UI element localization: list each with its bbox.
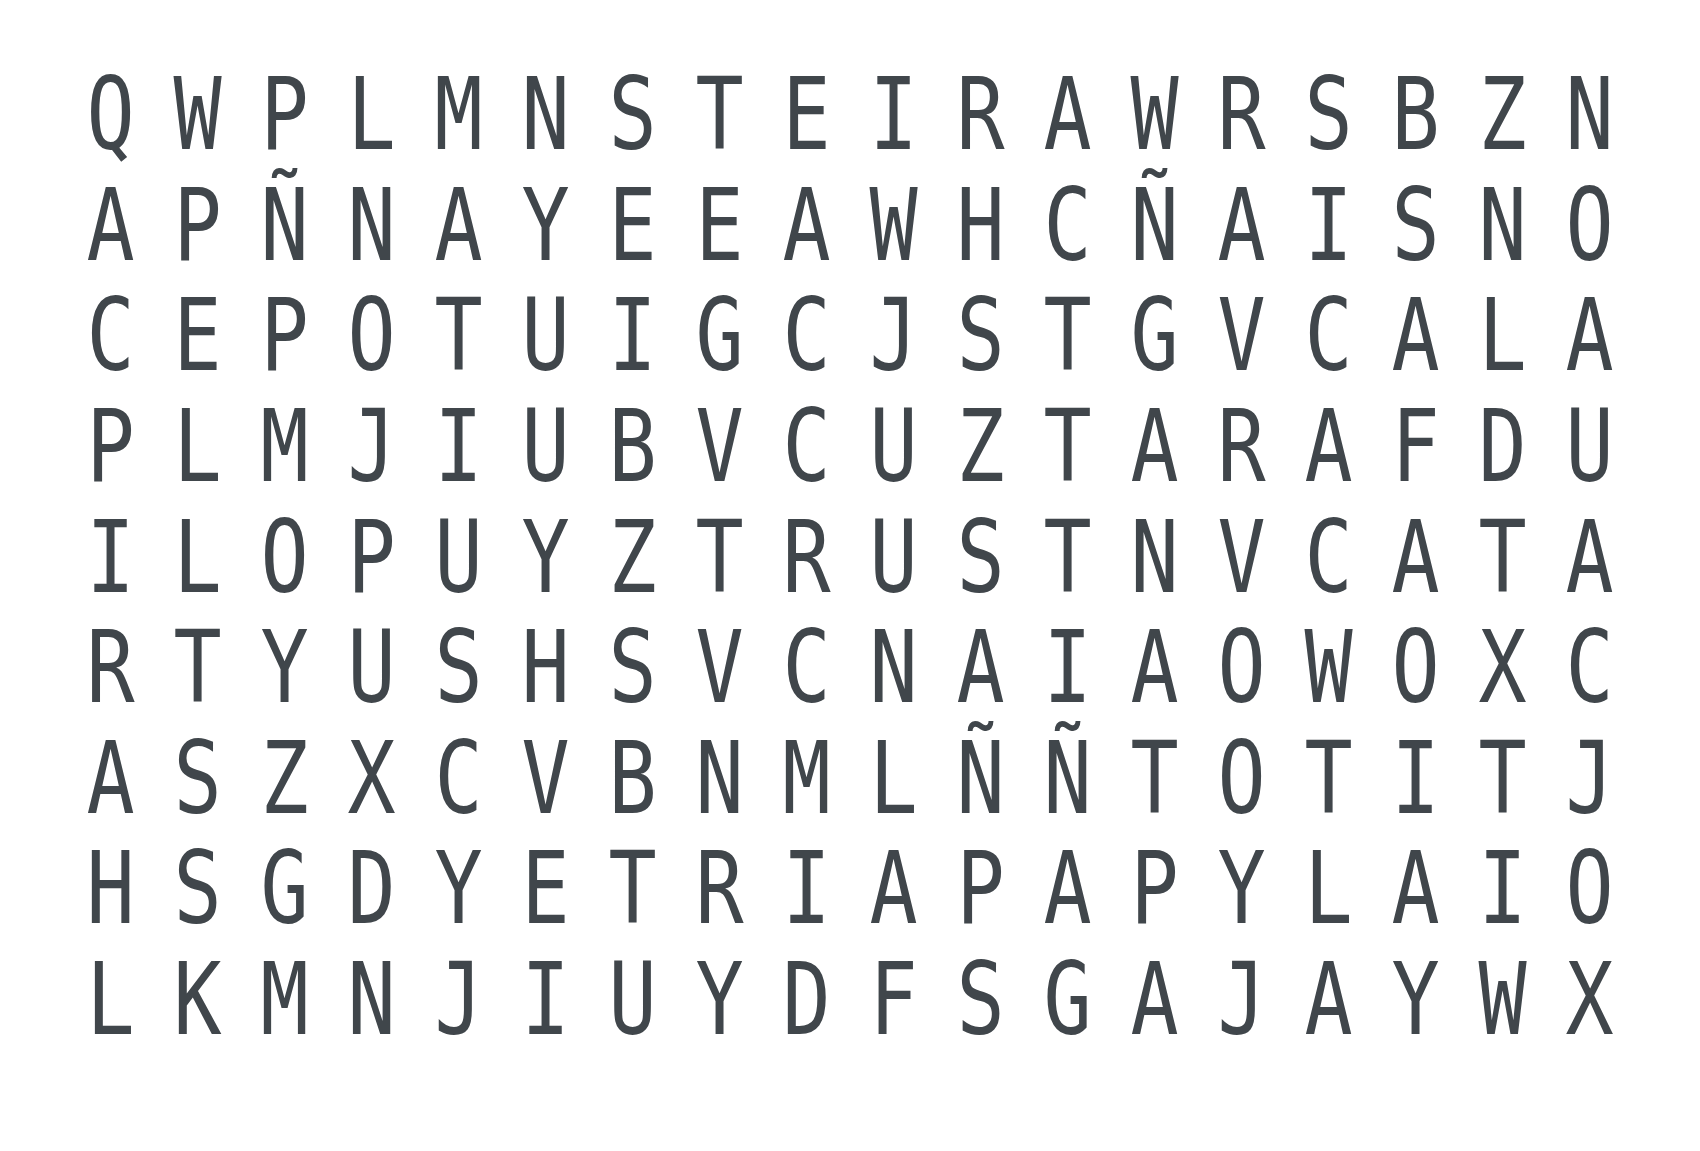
grid-cell-r1-c12[interactable]: A (1033, 60, 1103, 171)
grid-cell-r5-c12[interactable]: T (1033, 502, 1103, 613)
grid-cell-r7-c4[interactable]: X (337, 724, 407, 835)
grid-cell-r8-c10[interactable]: A (859, 834, 929, 945)
grid-cell-r6-c1[interactable]: R (76, 613, 146, 724)
grid-cell-r9-c12[interactable]: G (1033, 945, 1103, 1056)
grid-cell-r6-c11[interactable]: A (946, 613, 1016, 724)
grid-cell-r5-c7[interactable]: Z (598, 502, 668, 613)
grid-cell-r7-c6[interactable]: V (511, 724, 581, 835)
grid-cell-r8-c16[interactable]: A (1381, 834, 1451, 945)
grid-cell-r3-c8[interactable]: G (685, 281, 755, 392)
grid-cell-r2-c7[interactable]: E (598, 171, 668, 282)
letter-grid: QWPLMNSTEIRAWRSBZNAPÑNAYEEAWHCÑAISNOCEPO… (67, 60, 1633, 1055)
grid-cell-r9-c9[interactable]: D (772, 945, 842, 1056)
grid-cell-r8-c18[interactable]: O (1555, 834, 1625, 945)
grid-cell-r8-c6[interactable]: E (511, 834, 581, 945)
grid-cell-r4-c13[interactable]: A (1120, 392, 1190, 503)
grid-cell-r1-c15[interactable]: S (1294, 60, 1364, 171)
grid-cell-r6-c15[interactable]: W (1294, 613, 1364, 724)
grid-cell-r7-c1[interactable]: A (76, 724, 146, 835)
grid-cell-r5-c14[interactable]: V (1207, 502, 1277, 613)
grid-cell-r9-c1[interactable]: L (76, 945, 146, 1056)
grid-cell-r1-c17[interactable]: Z (1468, 60, 1538, 171)
grid-cell-r4-c15[interactable]: A (1294, 392, 1364, 503)
grid-cell-r2-c1[interactable]: A (76, 171, 146, 282)
grid-cell-r1-c3[interactable]: P (250, 60, 320, 171)
grid-cell-r4-c11[interactable]: Z (946, 392, 1016, 503)
grid-cell-r3-c5[interactable]: T (424, 281, 494, 392)
grid-cell-r1-c4[interactable]: L (337, 60, 407, 171)
grid-cell-r1-c7[interactable]: S (598, 60, 668, 171)
grid-cell-r2-c4[interactable]: N (337, 171, 407, 282)
grid-cell-r3-c9[interactable]: C (772, 281, 842, 392)
grid-cell-r3-c17[interactable]: L (1468, 281, 1538, 392)
grid-cell-r3-c11[interactable]: S (946, 281, 1016, 392)
grid-cell-r3-c1[interactable]: C (76, 281, 146, 392)
grid-cell-r6-c9[interactable]: C (772, 613, 842, 724)
grid-cell-r9-c5[interactable]: J (424, 945, 494, 1056)
grid-cell-r3-c6[interactable]: U (511, 281, 581, 392)
grid-cell-r9-c16[interactable]: Y (1381, 945, 1451, 1056)
grid-cell-r5-c16[interactable]: A (1381, 502, 1451, 613)
grid-cell-r3-c2[interactable]: E (163, 281, 233, 392)
grid-cell-r8-c15[interactable]: L (1294, 834, 1364, 945)
grid-cell-r7-c17[interactable]: T (1468, 724, 1538, 835)
grid-cell-r3-c15[interactable]: C (1294, 281, 1364, 392)
grid-cell-r2-c18[interactable]: O (1555, 171, 1625, 282)
grid-cell-r6-c13[interactable]: A (1120, 613, 1190, 724)
grid-cell-r8-c5[interactable]: Y (424, 834, 494, 945)
grid-cell-r7-c3[interactable]: Z (250, 724, 320, 835)
grid-cell-r2-c15[interactable]: I (1294, 171, 1364, 282)
grid-cell-r3-c16[interactable]: A (1381, 281, 1451, 392)
grid-cell-r4-c4[interactable]: J (337, 392, 407, 503)
grid-cell-r9-c15[interactable]: A (1294, 945, 1364, 1056)
grid-cell-r2-c5[interactable]: A (424, 171, 494, 282)
grid-cell-r5-c6[interactable]: Y (511, 502, 581, 613)
grid-cell-r7-c18[interactable]: J (1555, 724, 1625, 835)
grid-cell-r8-c7[interactable]: T (598, 834, 668, 945)
grid-cell-r4-c18[interactable]: U (1555, 392, 1625, 503)
grid-cell-r7-c2[interactable]: S (163, 724, 233, 835)
grid-cell-r1-c13[interactable]: W (1120, 60, 1190, 171)
grid-cell-r4-c16[interactable]: F (1381, 392, 1451, 503)
grid-cell-r7-c11[interactable]: Ñ (946, 724, 1016, 835)
grid-cell-r9-c3[interactable]: M (250, 945, 320, 1056)
grid-cell-r1-c18[interactable]: N (1555, 60, 1625, 171)
grid-cell-r7-c9[interactable]: M (772, 724, 842, 835)
grid-cell-r3-c7[interactable]: I (598, 281, 668, 392)
grid-cell-r6-c6[interactable]: H (511, 613, 581, 724)
grid-cell-r2-c12[interactable]: C (1033, 171, 1103, 282)
grid-cell-r5-c2[interactable]: L (163, 502, 233, 613)
grid-cell-r8-c4[interactable]: D (337, 834, 407, 945)
grid-cell-r2-c17[interactable]: N (1468, 171, 1538, 282)
grid-cell-r2-c9[interactable]: A (772, 171, 842, 282)
grid-cell-r7-c10[interactable]: L (859, 724, 929, 835)
grid-cell-r5-c8[interactable]: T (685, 502, 755, 613)
grid-cell-r5-c15[interactable]: C (1294, 502, 1364, 613)
grid-cell-r5-c1[interactable]: I (76, 502, 146, 613)
grid-cell-r7-c14[interactable]: O (1207, 724, 1277, 835)
grid-cell-r6-c17[interactable]: X (1468, 613, 1538, 724)
grid-cell-r5-c9[interactable]: R (772, 502, 842, 613)
grid-cell-r9-c14[interactable]: J (1207, 945, 1277, 1056)
grid-cell-r8-c3[interactable]: G (250, 834, 320, 945)
grid-cell-r3-c12[interactable]: T (1033, 281, 1103, 392)
grid-cell-r5-c5[interactable]: U (424, 502, 494, 613)
grid-cell-r2-c6[interactable]: Y (511, 171, 581, 282)
grid-cell-r4-c8[interactable]: V (685, 392, 755, 503)
grid-cell-r1-c5[interactable]: M (424, 60, 494, 171)
grid-cell-r8-c14[interactable]: Y (1207, 834, 1277, 945)
grid-cell-r2-c14[interactable]: A (1207, 171, 1277, 282)
grid-cell-r5-c10[interactable]: U (859, 502, 929, 613)
grid-cell-r2-c8[interactable]: E (685, 171, 755, 282)
grid-cell-r4-c7[interactable]: B (598, 392, 668, 503)
grid-cell-r7-c7[interactable]: B (598, 724, 668, 835)
grid-cell-r8-c17[interactable]: I (1468, 834, 1538, 945)
grid-cell-r5-c4[interactable]: P (337, 502, 407, 613)
grid-cell-r6-c4[interactable]: U (337, 613, 407, 724)
grid-cell-r4-c17[interactable]: D (1468, 392, 1538, 503)
grid-cell-r4-c2[interactable]: L (163, 392, 233, 503)
grid-cell-r7-c12[interactable]: Ñ (1033, 724, 1103, 835)
grid-cell-r8-c12[interactable]: A (1033, 834, 1103, 945)
grid-cell-r8-c8[interactable]: R (685, 834, 755, 945)
grid-cell-r4-c3[interactable]: M (250, 392, 320, 503)
grid-cell-r7-c8[interactable]: N (685, 724, 755, 835)
grid-cell-r5-c3[interactable]: O (250, 502, 320, 613)
grid-cell-r2-c11[interactable]: H (946, 171, 1016, 282)
grid-cell-r9-c2[interactable]: K (163, 945, 233, 1056)
grid-cell-r6-c10[interactable]: N (859, 613, 929, 724)
grid-cell-r9-c18[interactable]: X (1555, 945, 1625, 1056)
grid-cell-r1-c16[interactable]: B (1381, 60, 1451, 171)
grid-cell-r4-c1[interactable]: P (76, 392, 146, 503)
grid-cell-r4-c10[interactable]: U (859, 392, 929, 503)
grid-cell-r4-c6[interactable]: U (511, 392, 581, 503)
grid-cell-r1-c11[interactable]: R (946, 60, 1016, 171)
grid-cell-r8-c9[interactable]: I (772, 834, 842, 945)
grid-cell-r3-c3[interactable]: P (250, 281, 320, 392)
grid-cell-r1-c9[interactable]: E (772, 60, 842, 171)
grid-cell-r6-c2[interactable]: T (163, 613, 233, 724)
word-search-puzzle: QWPLMNSTEIRAWRSBZNAPÑNAYEEAWHCÑAISNOCEPO… (0, 0, 1700, 1151)
grid-cell-r4-c9[interactable]: C (772, 392, 842, 503)
grid-cell-r8-c2[interactable]: S (163, 834, 233, 945)
grid-cell-r2-c10[interactable]: W (859, 171, 929, 282)
grid-cell-r5-c13[interactable]: N (1120, 502, 1190, 613)
grid-cell-r5-c17[interactable]: T (1468, 502, 1538, 613)
grid-cell-r2-c2[interactable]: P (163, 171, 233, 282)
grid-cell-r4-c5[interactable]: I (424, 392, 494, 503)
grid-cell-r7-c5[interactable]: C (424, 724, 494, 835)
grid-cell-r3-c13[interactable]: G (1120, 281, 1190, 392)
grid-cell-r3-c4[interactable]: O (337, 281, 407, 392)
grid-cell-r4-c14[interactable]: R (1207, 392, 1277, 503)
grid-cell-r3-c14[interactable]: V (1207, 281, 1277, 392)
grid-cell-r7-c16[interactable]: I (1381, 724, 1451, 835)
grid-cell-r3-c18[interactable]: A (1555, 281, 1625, 392)
grid-cell-r3-c10[interactable]: J (859, 281, 929, 392)
grid-cell-r1-c8[interactable]: T (685, 60, 755, 171)
grid-cell-r1-c6[interactable]: N (511, 60, 581, 171)
grid-cell-r4-c12[interactable]: T (1033, 392, 1103, 503)
grid-cell-r9-c10[interactable]: F (859, 945, 929, 1056)
grid-cell-r9-c4[interactable]: N (337, 945, 407, 1056)
grid-cell-r2-c16[interactable]: S (1381, 171, 1451, 282)
grid-cell-r1-c1[interactable]: Q (76, 60, 146, 171)
grid-cell-r5-c18[interactable]: A (1555, 502, 1625, 613)
grid-cell-r9-c6[interactable]: I (511, 945, 581, 1056)
grid-cell-r6-c7[interactable]: S (598, 613, 668, 724)
grid-cell-r7-c13[interactable]: T (1120, 724, 1190, 835)
grid-cell-r6-c3[interactable]: Y (250, 613, 320, 724)
grid-cell-r2-c13[interactable]: Ñ (1120, 171, 1190, 282)
grid-cell-r1-c14[interactable]: R (1207, 60, 1277, 171)
grid-cell-r8-c11[interactable]: P (946, 834, 1016, 945)
grid-cell-r9-c8[interactable]: Y (685, 945, 755, 1056)
grid-cell-r6-c12[interactable]: I (1033, 613, 1103, 724)
grid-cell-r6-c5[interactable]: S (424, 613, 494, 724)
grid-cell-r6-c16[interactable]: O (1381, 613, 1451, 724)
grid-cell-r9-c11[interactable]: S (946, 945, 1016, 1056)
grid-cell-r2-c3[interactable]: Ñ (250, 171, 320, 282)
grid-cell-r9-c7[interactable]: U (598, 945, 668, 1056)
grid-cell-r8-c1[interactable]: H (76, 834, 146, 945)
grid-cell-r6-c14[interactable]: O (1207, 613, 1277, 724)
grid-cell-r7-c15[interactable]: T (1294, 724, 1364, 835)
grid-cell-r6-c8[interactable]: V (685, 613, 755, 724)
grid-cell-r8-c13[interactable]: P (1120, 834, 1190, 945)
grid-cell-r9-c13[interactable]: A (1120, 945, 1190, 1056)
grid-cell-r9-c17[interactable]: W (1468, 945, 1538, 1056)
grid-cell-r6-c18[interactable]: C (1555, 613, 1625, 724)
grid-cell-r1-c2[interactable]: W (163, 60, 233, 171)
grid-cell-r1-c10[interactable]: I (859, 60, 929, 171)
grid-cell-r5-c11[interactable]: S (946, 502, 1016, 613)
